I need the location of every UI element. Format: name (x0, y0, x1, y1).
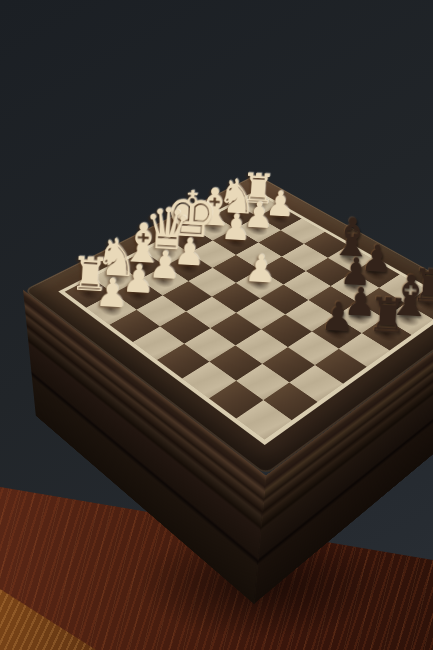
square-d2: ♟ (165, 253, 212, 281)
black-pawn-glyph: ♟ (320, 295, 356, 337)
white-pawn-glyph: ♟ (243, 197, 275, 234)
square-h3 (280, 219, 324, 244)
square-d3 (188, 268, 236, 297)
piece-shadow (239, 220, 275, 241)
piece-shadow (171, 230, 208, 251)
white-pawn-glyph: ♟ (220, 208, 252, 246)
square-h1: ♜ (236, 193, 279, 217)
white-rook-glyph: ♜ (240, 167, 277, 210)
white-queen-glyph: ♛ (142, 200, 193, 259)
square-g4 (282, 244, 328, 271)
piece-shadow (195, 218, 231, 239)
piece-shadow (239, 196, 274, 215)
square-h5: ♝ (328, 245, 374, 272)
square-c3 (163, 281, 212, 311)
square-g1: ♞ (214, 204, 258, 228)
white-king-glyph: ♚ (164, 182, 220, 248)
square-h4 (304, 232, 349, 258)
square-e4: ♟ (236, 269, 284, 298)
piece-shadow (217, 231, 254, 252)
white-pawn-glyph: ♟ (95, 272, 130, 313)
square-e3 (212, 255, 259, 283)
photo-scene: ♜♟♝♟♜♞♟♟♝♝♟♟♜♚♟♟♛♟♝♟♞♟♜♟ (0, 0, 433, 650)
square-g2: ♟ (236, 217, 281, 242)
piece-shadow (240, 272, 279, 296)
square-h2: ♟ (258, 206, 302, 230)
white-bishop-glyph: ♝ (192, 180, 238, 234)
square-e2 (190, 241, 236, 268)
white-pawn-glyph: ♟ (265, 186, 296, 222)
square-e1: ♚ (168, 227, 213, 253)
square-f3 (236, 242, 282, 269)
white-pawn-glyph: ♟ (244, 249, 278, 289)
white-pawn-glyph: ♟ (173, 232, 206, 271)
square-c6 (236, 330, 287, 364)
black-bishop-glyph: ♝ (328, 210, 375, 265)
scene-3d: ♜♟♝♟♜♞♟♟♝♝♟♟♜♚♟♟♛♟♝♟♞♟♜♟ (0, 0, 433, 650)
chess-box: ♜♟♝♟♜♞♟♟♝♝♟♟♜♚♟♟♛♟♝♟♞♟♜♟ (24, 175, 433, 476)
piece-shadow (169, 256, 207, 279)
piece-shadow (331, 248, 369, 270)
black-rook-glyph: ♜ (367, 290, 410, 340)
square-f2: ♟ (213, 229, 258, 255)
white-knight-glyph: ♞ (216, 173, 258, 222)
square-g3 (258, 230, 303, 256)
square-f1: ♝ (191, 215, 236, 240)
piece-shadow (261, 208, 297, 228)
square-f4 (259, 256, 306, 284)
piece-shadow (217, 207, 253, 227)
